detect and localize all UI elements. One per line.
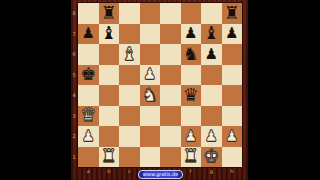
- square-a6: [78, 44, 99, 65]
- square-c6: ♝: [119, 44, 140, 65]
- rank-label-5: 5: [71, 65, 77, 86]
- square-g3: [201, 106, 222, 127]
- white-pawn-f2: ♟: [184, 126, 197, 148]
- square-c8: [119, 3, 140, 24]
- square-b5: [99, 65, 120, 86]
- square-d3: [140, 106, 161, 127]
- square-g7: ♝: [201, 24, 222, 45]
- square-b2: [99, 126, 120, 147]
- square-a2: ♟: [78, 126, 99, 147]
- square-h2: ♟: [222, 126, 243, 147]
- square-e3: [160, 106, 181, 127]
- rank-label-4: 4: [71, 85, 77, 106]
- watermark-pill: www.gratis.de: [138, 170, 183, 179]
- square-e6: [160, 44, 181, 65]
- black-pawn-f7: ♟: [184, 23, 197, 45]
- square-g6: ♟: [201, 44, 222, 65]
- square-f7: ♟: [181, 24, 202, 45]
- square-b3: [99, 106, 120, 127]
- black-pawn-h7: ♟: [225, 23, 238, 45]
- square-f6: ♞: [181, 44, 202, 65]
- square-c4: [119, 85, 140, 106]
- square-h5: [222, 65, 243, 86]
- square-b4: [99, 85, 120, 106]
- square-g5: [201, 65, 222, 86]
- square-f5: [181, 65, 202, 86]
- white-knight-d4: ♞: [142, 85, 158, 107]
- square-d2: [140, 126, 161, 147]
- square-h8: ♜: [222, 3, 243, 24]
- square-d8: [140, 3, 161, 24]
- square-h3: [222, 106, 243, 127]
- white-rook-f1: ♜: [183, 146, 199, 168]
- letterbox-right: [248, 0, 320, 180]
- square-b1: ♜: [99, 147, 120, 168]
- black-queen-f4: ♛: [183, 85, 199, 107]
- square-e1: [160, 147, 181, 168]
- square-d1: [140, 147, 161, 168]
- square-e4: [160, 85, 181, 106]
- square-e5: [160, 65, 181, 86]
- square-d5: ♟: [140, 65, 161, 86]
- file-label-h: h: [222, 169, 243, 174]
- white-queen-a3: ♛: [80, 105, 96, 127]
- square-h6: [222, 44, 243, 65]
- rank-label-6: 6: [71, 44, 77, 65]
- black-bishop-b7: ♝: [101, 23, 117, 45]
- rank-label-8: 8: [71, 3, 77, 24]
- file-label-b: b: [99, 169, 120, 174]
- file-label-c: c: [119, 169, 140, 174]
- square-a4: [78, 85, 99, 106]
- white-rook-b1: ♜: [101, 146, 117, 168]
- square-b7: ♝: [99, 24, 120, 45]
- letterbox-left: [0, 0, 71, 180]
- black-knight-f6: ♞: [183, 44, 199, 66]
- square-e7: [160, 24, 181, 45]
- square-g4: [201, 85, 222, 106]
- square-c7: [119, 24, 140, 45]
- rank-label-7: 7: [71, 24, 77, 45]
- black-bishop-g7: ♝: [203, 23, 219, 45]
- square-f4: ♛: [181, 85, 202, 106]
- square-f8: [181, 3, 202, 24]
- square-b8: ♜: [99, 3, 120, 24]
- chess-board: ♜♜♟♝♟♝♟♝♞♟♚♟♞♛♛♟♟♟♟♜♜♚: [77, 2, 243, 168]
- square-c3: [119, 106, 140, 127]
- black-rook-h8: ♜: [224, 3, 240, 25]
- black-pawn-g6: ♟: [205, 44, 218, 66]
- square-d4: ♞: [140, 85, 161, 106]
- square-f1: ♜: [181, 147, 202, 168]
- square-e2: [160, 126, 181, 147]
- rank-label-2: 2: [71, 126, 77, 147]
- square-b6: [99, 44, 120, 65]
- square-d7: [140, 24, 161, 45]
- black-pawn-a7: ♟: [82, 23, 95, 45]
- file-label-g: g: [201, 169, 222, 174]
- square-a3: ♛: [78, 106, 99, 127]
- square-c1: [119, 147, 140, 168]
- wood-frame: ♜♜♟♝♟♝♟♝♞♟♚♟♞♛♛♟♟♟♟♜♜♚ www.gratis.de 876…: [71, 0, 248, 180]
- file-label-a: a: [78, 169, 99, 174]
- square-c5: [119, 65, 140, 86]
- rank-label-1: 1: [71, 147, 77, 168]
- file-label-f: f: [181, 169, 202, 174]
- rank-label-3: 3: [71, 106, 77, 127]
- watermark-text: www.gratis.de: [143, 171, 179, 177]
- white-pawn-a2: ♟: [82, 126, 95, 148]
- square-a8: [78, 3, 99, 24]
- square-g8: [201, 3, 222, 24]
- square-a5: ♚: [78, 65, 99, 86]
- square-c2: [119, 126, 140, 147]
- square-a1: [78, 147, 99, 168]
- square-h4: [222, 85, 243, 106]
- video-frame: ♜♜♟♝♟♝♟♝♞♟♚♟♞♛♛♟♟♟♟♜♜♚ www.gratis.de 876…: [0, 0, 320, 180]
- square-a7: ♟: [78, 24, 99, 45]
- square-g2: ♟: [201, 126, 222, 147]
- square-f3: [181, 106, 202, 127]
- square-d6: [140, 44, 161, 65]
- square-e8: [160, 3, 181, 24]
- square-h1: [222, 147, 243, 168]
- white-bishop-c6: ♝: [121, 44, 137, 66]
- white-king-g1: ♚: [203, 146, 219, 168]
- white-pawn-h2: ♟: [225, 126, 238, 148]
- white-pawn-d5: ♟: [143, 64, 156, 86]
- black-king-a5: ♚: [80, 64, 96, 86]
- black-rook-b8: ♜: [101, 3, 117, 25]
- square-f2: ♟: [181, 126, 202, 147]
- square-g1: ♚: [201, 147, 222, 168]
- white-pawn-g2: ♟: [205, 126, 218, 148]
- square-h7: ♟: [222, 24, 243, 45]
